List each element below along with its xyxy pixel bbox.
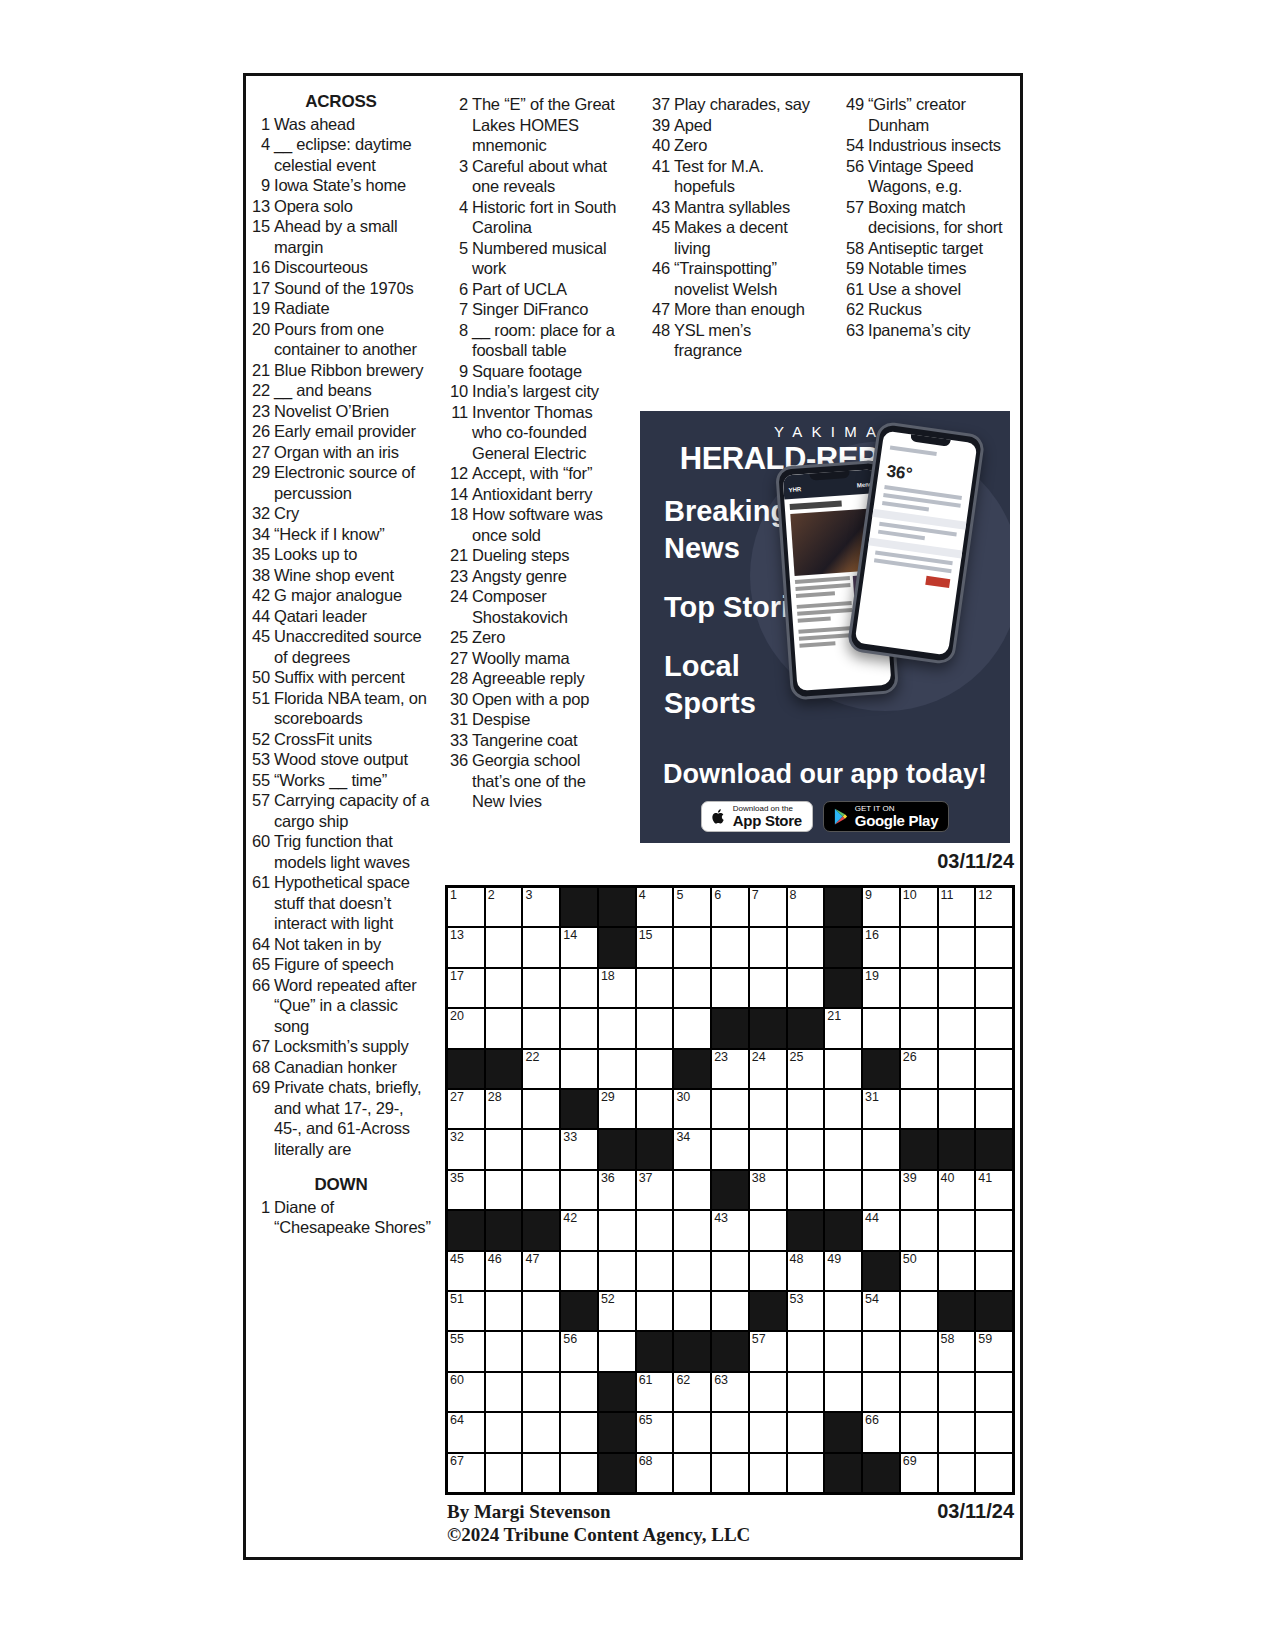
cell-number: 24 (752, 1050, 766, 1064)
grid-cell-r13c15[interactable] (976, 1373, 1012, 1411)
grid-cell-r7c4[interactable]: 33 (561, 1130, 597, 1168)
grid-cell-r12c4[interactable]: 56 (561, 1332, 597, 1370)
cell-number: 5 (676, 888, 683, 902)
grid-cell-black-r4c9 (750, 1009, 786, 1047)
grid-cell-r15c6[interactable]: 68 (637, 1454, 673, 1492)
grid-cell-r4c7[interactable] (674, 1009, 710, 1047)
cell-number: 40 (941, 1171, 955, 1185)
down-clue-54: 54Industrious insects (839, 135, 1026, 156)
app-store-badge[interactable]: Download on the App Store (701, 801, 813, 832)
grid-cell-r1c2[interactable]: 2 (486, 888, 522, 926)
clue-number: 37 (645, 94, 670, 115)
grid-cell-r8c14[interactable]: 40 (939, 1171, 975, 1209)
cell-number: 49 (827, 1252, 841, 1266)
grid-cell-r9c12[interactable]: 44 (863, 1211, 899, 1249)
grid-cell-r1c12[interactable]: 9 (863, 888, 899, 926)
grid-cell-r3c4[interactable] (561, 969, 597, 1007)
grid-cell-r5c3[interactable]: 22 (523, 1050, 559, 1088)
grid-cell-r11c12[interactable]: 54 (863, 1292, 899, 1330)
grid-cell-r7c3[interactable] (523, 1130, 559, 1168)
grid-cell-r6c8[interactable] (712, 1090, 748, 1128)
grid-cell-r13c2[interactable] (486, 1373, 522, 1411)
ad-cta-text: Download our app today! (640, 759, 1010, 790)
grid-cell-r15c15[interactable] (976, 1454, 1012, 1492)
clue-number: 2 (446, 94, 468, 115)
grid-cell-r8c2[interactable] (486, 1171, 522, 1209)
grid-cell-r7c8[interactable] (712, 1130, 748, 1168)
grid-cell-r1c9[interactable]: 7 (750, 888, 786, 926)
grid-cell-r14c3[interactable] (523, 1413, 559, 1451)
cell-number: 68 (639, 1454, 653, 1468)
grid-cell-r9c6[interactable] (637, 1211, 673, 1249)
across-clue-68: 68Canadian honker (248, 1057, 434, 1078)
grid-cell-r9c14[interactable] (939, 1211, 975, 1249)
grid-cell-r11c8[interactable] (712, 1292, 748, 1330)
grid-cell-r4c5[interactable] (599, 1009, 635, 1047)
grid-cell-r12c15[interactable]: 59 (976, 1332, 1012, 1370)
grid-cell-r14c15[interactable] (976, 1413, 1012, 1451)
grid-cell-r12c10[interactable] (788, 1332, 824, 1370)
grid-cell-r15c14[interactable] (939, 1454, 975, 1492)
grid-cell-r4c12[interactable] (863, 1009, 899, 1047)
cell-number: 42 (563, 1211, 577, 1225)
down-clue-36: 36Georgia school that’s one of the New I… (446, 750, 618, 812)
clue-number: 31 (446, 709, 468, 730)
clue-number: 42 (248, 585, 270, 606)
grid-cell-r13c3[interactable] (523, 1373, 559, 1411)
grid-cell-r6c3[interactable] (523, 1090, 559, 1128)
grid-cell-r2c9[interactable] (750, 928, 786, 966)
clue-number: 25 (446, 627, 468, 648)
grid-cell-r5c4[interactable] (561, 1050, 597, 1088)
grid-cell-r13c12[interactable] (863, 1373, 899, 1411)
grid-cell-r3c15[interactable] (976, 969, 1012, 1007)
grid-cell-r13c11[interactable] (825, 1373, 861, 1411)
grid-cell-r2c6[interactable]: 15 (637, 928, 673, 966)
across-clue-65: 65Figure of speech (248, 954, 434, 975)
grid-cell-r1c6[interactable]: 4 (637, 888, 673, 926)
grid-cell-r3c7[interactable] (674, 969, 710, 1007)
grid-cell-r1c1[interactable]: 1 (448, 888, 484, 926)
grid-cell-r11c10[interactable]: 53 (788, 1292, 824, 1330)
grid-cell-r8c1[interactable]: 35 (448, 1171, 484, 1209)
grid-cell-r2c2[interactable] (486, 928, 522, 966)
clue-text: Composer Shostakovich (472, 586, 618, 627)
grid-cell-r15c13[interactable]: 69 (901, 1454, 937, 1492)
grid-cell-r13c6[interactable]: 61 (637, 1373, 673, 1411)
down-clue-6: 6Part of UCLA (446, 279, 618, 300)
clue-text: Suffix with percent (274, 667, 434, 688)
grid-cell-r13c14[interactable] (939, 1373, 975, 1411)
grid-cell-r14c9[interactable] (750, 1413, 786, 1451)
clue-number: 33 (446, 730, 468, 751)
grid-cell-r3c10[interactable] (788, 969, 824, 1007)
grid-cell-r8c6[interactable]: 37 (637, 1171, 673, 1209)
grid-cell-r15c9[interactable] (750, 1454, 786, 1492)
grid-cell-r6c15[interactable] (976, 1090, 1012, 1128)
grid-cell-r6c13[interactable] (901, 1090, 937, 1128)
grid-cell-r6c12[interactable]: 31 (863, 1090, 899, 1128)
grid-cell-r6c14[interactable] (939, 1090, 975, 1128)
grid-cell-r3c6[interactable] (637, 969, 673, 1007)
grid-cell-r12c1[interactable]: 55 (448, 1332, 484, 1370)
clue-number: 49 (839, 94, 864, 115)
grid-cell-r3c9[interactable] (750, 969, 786, 1007)
clue-number: 39 (645, 115, 670, 136)
grid-cell-r7c7[interactable]: 34 (674, 1130, 710, 1168)
grid-cell-r5c5[interactable] (599, 1050, 635, 1088)
grid-cell-r15c8[interactable] (712, 1454, 748, 1492)
clue-number: 43 (645, 197, 670, 218)
grid-cell-r13c4[interactable] (561, 1373, 597, 1411)
across-clue-69: 69Private chats, briefly, and what 17-, … (248, 1077, 434, 1159)
clue-text: Numbered musical work (472, 238, 618, 279)
down-clue-4: 4Historic fort in South Carolina (446, 197, 618, 238)
grid-cell-r3c5[interactable]: 18 (599, 969, 635, 1007)
grid-cell-r8c12[interactable] (863, 1171, 899, 1209)
grid-cell-r3c13[interactable] (901, 969, 937, 1007)
grid-cell-black-r12c6 (637, 1332, 673, 1370)
grid-cell-r5c8[interactable]: 23 (712, 1050, 748, 1088)
clue-number: 16 (248, 257, 270, 278)
grid-cell-r12c5[interactable] (599, 1332, 635, 1370)
phone-weather-screen: 36° (855, 431, 978, 656)
badge-apple-line2: App Store (733, 813, 802, 828)
grid-cell-r4c1[interactable]: 20 (448, 1009, 484, 1047)
across-clue-26: 26Early email provider (248, 421, 434, 442)
grid-cell-r14c6[interactable]: 65 (637, 1413, 673, 1451)
grid-cell-r7c9[interactable] (750, 1130, 786, 1168)
grid-cell-r1c13[interactable]: 10 (901, 888, 937, 926)
across-clue-15: 15Ahead by a small margin (248, 216, 434, 257)
cell-number: 20 (450, 1009, 464, 1023)
grid-cell-r14c13[interactable] (901, 1413, 937, 1451)
grid-cell-r10c8[interactable] (712, 1252, 748, 1290)
grid-cell-r12c2[interactable] (486, 1332, 522, 1370)
grid-cell-r12c13[interactable] (901, 1332, 937, 1370)
grid-cell-r3c14[interactable] (939, 969, 975, 1007)
grid-cell-r4c14[interactable] (939, 1009, 975, 1047)
grid-cell-r9c13[interactable] (901, 1211, 937, 1249)
grid-cell-r1c8[interactable]: 6 (712, 888, 748, 926)
clue-number: 23 (248, 401, 270, 422)
grid-cell-r5c10[interactable]: 25 (788, 1050, 824, 1088)
author-byline: By Margi Stevenson (447, 1500, 750, 1523)
grid-cell-r14c4[interactable] (561, 1413, 597, 1451)
grid-cell-r13c10[interactable] (788, 1373, 824, 1411)
cell-number: 50 (903, 1252, 917, 1266)
grid-cell-r11c1[interactable]: 51 (448, 1292, 484, 1330)
grid-cell-r5c14[interactable] (939, 1050, 975, 1088)
grid-cell-r15c4[interactable] (561, 1454, 597, 1492)
grid-cell-r4c11[interactable]: 21 (825, 1009, 861, 1047)
grid-cell-r14c1[interactable]: 64 (448, 1413, 484, 1451)
grid-cell-r3c12[interactable]: 19 (863, 969, 899, 1007)
grid-cell-r8c15[interactable]: 41 (976, 1171, 1012, 1209)
clue-number: 35 (248, 544, 270, 565)
grid-cell-r5c9[interactable]: 24 (750, 1050, 786, 1088)
down-clue-61: 61Use a shovel (839, 279, 1026, 300)
clue-number: 9 (248, 175, 270, 196)
grid-cell-r8c7[interactable] (674, 1171, 710, 1209)
down-clue-8: 8__ room: place for a foosball table (446, 320, 618, 361)
grid-cell-r7c1[interactable]: 32 (448, 1130, 484, 1168)
grid-cell-r10c2[interactable]: 46 (486, 1252, 522, 1290)
cell-number: 17 (450, 969, 464, 983)
grid-cell-r7c2[interactable] (486, 1130, 522, 1168)
clue-text: Iowa State’s home (274, 175, 434, 196)
clue-text: Private chats, briefly, and what 17-, 29… (274, 1077, 434, 1159)
grid-cell-r15c3[interactable] (523, 1454, 559, 1492)
grid-cell-r14c14[interactable] (939, 1413, 975, 1451)
grid-cell-r11c3[interactable] (523, 1292, 559, 1330)
grid-cell-r3c2[interactable] (486, 969, 522, 1007)
clue-column-2: 2The “E” of the Great Lakes HOMES mnemon… (446, 94, 618, 812)
grid-cell-r5c15[interactable] (976, 1050, 1012, 1088)
clue-text: __ eclipse: daytime celestial event (274, 134, 434, 175)
grid-cell-r6c11[interactable] (825, 1090, 861, 1128)
grid-cell-r8c11[interactable] (825, 1171, 861, 1209)
clue-number: 46 (645, 258, 670, 279)
grid-cell-r11c2[interactable] (486, 1292, 522, 1330)
grid-cell-r8c9[interactable]: 38 (750, 1171, 786, 1209)
grid-cell-r15c2[interactable] (486, 1454, 522, 1492)
grid-cell-r4c6[interactable] (637, 1009, 673, 1047)
grid-cell-r2c3[interactable] (523, 928, 559, 966)
grid-cell-r6c6[interactable] (637, 1090, 673, 1128)
grid-cell-r4c4[interactable] (561, 1009, 597, 1047)
grid-cell-r2c15[interactable] (976, 928, 1012, 966)
grid-cell-r7c10[interactable] (788, 1130, 824, 1168)
clue-number: 63 (839, 320, 864, 341)
grid-cell-r2c4[interactable]: 14 (561, 928, 597, 966)
grid-cell-r10c5[interactable] (599, 1252, 635, 1290)
grid-cell-r8c10[interactable] (788, 1171, 824, 1209)
grid-cell-r8c5[interactable]: 36 (599, 1171, 635, 1209)
grid-cell-r14c10[interactable] (788, 1413, 824, 1451)
grid-cell-r9c7[interactable] (674, 1211, 710, 1249)
grid-cell-r1c10[interactable]: 8 (788, 888, 824, 926)
cell-number: 31 (865, 1090, 879, 1104)
clue-number: 4 (446, 197, 468, 218)
grid-cell-r11c5[interactable]: 52 (599, 1292, 635, 1330)
clue-number: 20 (248, 319, 270, 340)
clue-text: Locksmith’s supply (274, 1036, 434, 1057)
grid-cell-r5c6[interactable] (637, 1050, 673, 1088)
grid-cell-r13c8[interactable]: 63 (712, 1373, 748, 1411)
down-clue-12: 12Accept, with “for” (446, 463, 618, 484)
clue-text: Pours from one container to another (274, 319, 434, 360)
clue-column-4: 49“Girls” creator Dunham54Industrious in… (839, 94, 1026, 340)
down-clue-63: 63Ipanema’s city (839, 320, 1026, 341)
across-clue-22: 22__ and beans (248, 380, 434, 401)
cell-number: 22 (525, 1050, 539, 1064)
grid-cell-r1c3[interactable]: 3 (523, 888, 559, 926)
clue-text: Diane of “Chesapeake Shores” (274, 1197, 434, 1238)
grid-cell-r2c1[interactable]: 13 (448, 928, 484, 966)
cell-number: 56 (563, 1332, 577, 1346)
grid-cell-r2c7[interactable] (674, 928, 710, 966)
grid-cell-r7c12[interactable] (863, 1130, 899, 1168)
google-play-badge[interactable]: GET IT ON Google Play (823, 801, 949, 832)
grid-cell-r15c7[interactable] (674, 1454, 710, 1492)
grid-cell-r1c14[interactable]: 11 (939, 888, 975, 926)
grid-cell-r2c13[interactable] (901, 928, 937, 966)
grid-cell-r3c1[interactable]: 17 (448, 969, 484, 1007)
grid-cell-r12c12[interactable] (863, 1332, 899, 1370)
grid-cell-r10c14[interactable] (939, 1252, 975, 1290)
cell-number: 55 (450, 1332, 464, 1346)
grid-cell-r5c11[interactable] (825, 1050, 861, 1088)
grid-cell-r10c6[interactable] (637, 1252, 673, 1290)
cell-number: 64 (450, 1413, 464, 1427)
badge-google-line2: Google Play (855, 813, 938, 828)
clue-text: Electronic source of percussion (274, 462, 434, 503)
grid-cell-r6c5[interactable]: 29 (599, 1090, 635, 1128)
clue-number: 5 (446, 238, 468, 259)
grid-cell-r9c15[interactable] (976, 1211, 1012, 1249)
clue-text: Zero (472, 627, 618, 648)
across-clue-19: 19Radiate (248, 298, 434, 319)
grid-cell-r3c3[interactable] (523, 969, 559, 1007)
cell-number: 54 (865, 1292, 879, 1306)
down-clue-43: 43Mantra syllables (645, 197, 823, 218)
grid-cell-black-r3c11 (825, 969, 861, 1007)
clue-number: 45 (645, 217, 670, 238)
down-clue-3: 3Careful about what one reveals (446, 156, 618, 197)
grid-cell-r10c11[interactable]: 49 (825, 1252, 861, 1290)
clue-text: Early email provider (274, 421, 434, 442)
across-clue-23: 23Novelist O’Brien (248, 401, 434, 422)
cell-number: 32 (450, 1130, 464, 1144)
grid-cell-black-r11c15 (976, 1292, 1012, 1330)
grid-cell-r6c2[interactable]: 28 (486, 1090, 522, 1128)
grid-cell-r1c15[interactable]: 12 (976, 888, 1012, 926)
grid-cell-r14c2[interactable] (486, 1413, 522, 1451)
across-clue-42: 42G major analogue (248, 585, 434, 606)
down-clue-list-part4: 49“Girls” creator Dunham54Industrious in… (839, 94, 1026, 340)
apple-icon (712, 808, 726, 825)
grid-cell-r14c8[interactable] (712, 1413, 748, 1451)
down-clue-48: 48YSL men’s fragrance (645, 320, 823, 361)
grid-cell-r13c13[interactable] (901, 1373, 937, 1411)
grid-cell-r11c6[interactable] (637, 1292, 673, 1330)
cell-number: 47 (525, 1252, 539, 1266)
clue-text: Agreeable reply (472, 668, 618, 689)
down-clue-56: 56Vintage Speed Wagons, e.g. (839, 156, 1026, 197)
grid-cell-r4c13[interactable] (901, 1009, 937, 1047)
grid-cell-r6c9[interactable] (750, 1090, 786, 1128)
down-clue-23: 23Angsty genre (446, 566, 618, 587)
down-clue-9: 9Square footage (446, 361, 618, 382)
grid-cell-r3c8[interactable] (712, 969, 748, 1007)
grid-cell-r5c13[interactable]: 26 (901, 1050, 937, 1088)
grid-cell-r9c8[interactable]: 43 (712, 1211, 748, 1249)
grid-cell-r10c7[interactable] (674, 1252, 710, 1290)
grid-cell-r14c7[interactable] (674, 1413, 710, 1451)
clue-text: More than enough (674, 299, 823, 320)
grid-cell-r15c1[interactable]: 67 (448, 1454, 484, 1492)
clue-text: Was ahead (274, 114, 434, 135)
grid-cell-r9c9[interactable] (750, 1211, 786, 1249)
clue-number: 47 (645, 299, 670, 320)
clue-text: Discourteous (274, 257, 434, 278)
grid-cell-r11c7[interactable] (674, 1292, 710, 1330)
credits: By Margi Stevenson ©2024 Tribune Content… (447, 1500, 750, 1546)
clue-number: 4 (248, 134, 270, 155)
grid-cell-r7c11[interactable] (825, 1130, 861, 1168)
grid-cell-r13c1[interactable]: 60 (448, 1373, 484, 1411)
grid-cell-r15c10[interactable] (788, 1454, 824, 1492)
grid-cell-r9c5[interactable] (599, 1211, 635, 1249)
grid-cell-black-r9c1 (448, 1211, 484, 1249)
grid-cell-r10c13[interactable]: 50 (901, 1252, 937, 1290)
cell-number: 44 (865, 1211, 879, 1225)
grid-cell-r13c7[interactable]: 62 (674, 1373, 710, 1411)
grid-cell-r8c4[interactable] (561, 1171, 597, 1209)
clue-number: 57 (839, 197, 864, 218)
grid-cell-r4c3[interactable] (523, 1009, 559, 1047)
clue-number: 23 (446, 566, 468, 587)
grid-cell-r8c13[interactable]: 39 (901, 1171, 937, 1209)
grid-cell-r11c13[interactable] (901, 1292, 937, 1330)
grid-cell-r2c14[interactable] (939, 928, 975, 966)
grid-cell-r12c11[interactable] (825, 1332, 861, 1370)
grid-cell-r2c10[interactable] (788, 928, 824, 966)
down-clue-30: 30Open with a pop (446, 689, 618, 710)
weather-alert-button (925, 576, 950, 588)
cell-number: 11 (941, 888, 954, 902)
grid-cell-r10c1[interactable]: 45 (448, 1252, 484, 1290)
grid-cell-r2c8[interactable] (712, 928, 748, 966)
grid-cell-r6c7[interactable]: 30 (674, 1090, 710, 1128)
grid-cell-r10c10[interactable]: 48 (788, 1252, 824, 1290)
clue-text: Despise (472, 709, 618, 730)
grid-cell-r14c12[interactable]: 66 (863, 1413, 899, 1451)
cell-number: 19 (865, 969, 879, 983)
clue-text: “Girls” creator Dunham (868, 94, 1026, 135)
grid-cell-r12c14[interactable]: 58 (939, 1332, 975, 1370)
clue-number: 56 (839, 156, 864, 177)
grid-cell-r4c2[interactable] (486, 1009, 522, 1047)
grid-cell-black-r9c11 (825, 1211, 861, 1249)
cell-number: 26 (903, 1050, 917, 1064)
grid-cell-r12c3[interactable] (523, 1332, 559, 1370)
cell-number: 12 (978, 888, 992, 902)
grid-cell-r8c3[interactable] (523, 1171, 559, 1209)
grid-cell-r6c10[interactable] (788, 1090, 824, 1128)
grid-cell-r11c11[interactable] (825, 1292, 861, 1330)
grid-cell-r13c9[interactable] (750, 1373, 786, 1411)
clue-text: Accept, with “for” (472, 463, 618, 484)
grid-cell-black-r1c5 (599, 888, 635, 926)
grid-cell-r10c15[interactable] (976, 1252, 1012, 1290)
grid-cell-r6c1[interactable]: 27 (448, 1090, 484, 1128)
grid-cell-r10c3[interactable]: 47 (523, 1252, 559, 1290)
down-clue-list-part3: 37Play charades, say39Aped40Zero41Test f… (645, 94, 823, 361)
clue-number: 54 (839, 135, 864, 156)
grid-cell-r1c7[interactable]: 5 (674, 888, 710, 926)
clue-text: Careful about what one reveals (472, 156, 618, 197)
grid-cell-r2c12[interactable]: 16 (863, 928, 899, 966)
clue-text: “Works __ time” (274, 770, 434, 791)
clue-number: 69 (248, 1077, 270, 1098)
grid-cell-r12c9[interactable]: 57 (750, 1332, 786, 1370)
grid-cell-r9c4[interactable]: 42 (561, 1211, 597, 1249)
grid-cell-r4c15[interactable] (976, 1009, 1012, 1047)
grid-cell-r10c4[interactable] (561, 1252, 597, 1290)
grid-cell-r10c9[interactable] (750, 1252, 786, 1290)
